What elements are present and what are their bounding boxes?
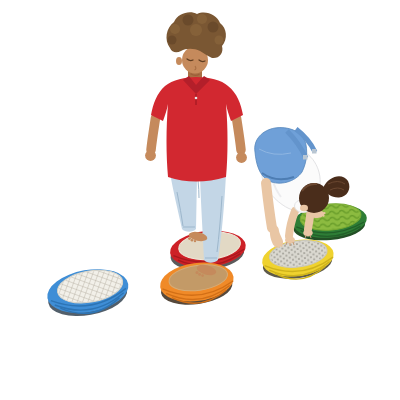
girl-cheek (300, 205, 308, 211)
product-photo (0, 0, 400, 400)
girl-strap-clasp (303, 155, 308, 160)
boy-polo-button (195, 97, 198, 100)
girl-strap-clasp-2 (312, 149, 317, 154)
girl-far-hand (303, 230, 313, 237)
girl-overall-shorts (255, 128, 307, 184)
boy-ear (176, 57, 182, 65)
boy-right-hand (236, 152, 247, 163)
boy-left-hand (145, 150, 156, 161)
girl-near-leg (266, 183, 272, 228)
scene-illustration (0, 0, 400, 400)
